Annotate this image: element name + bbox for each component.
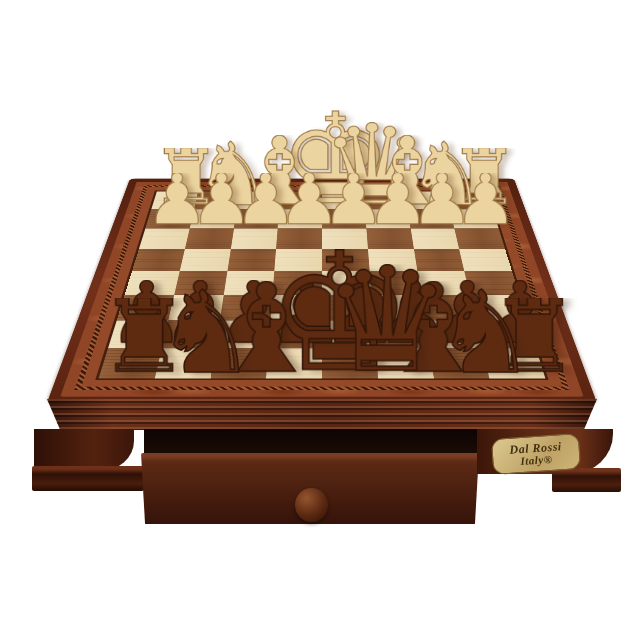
piece-bR-h8: ♜ xyxy=(99,298,155,377)
piece-wP-b2: ♟ xyxy=(410,173,454,228)
square-h2: ♟ xyxy=(145,209,194,228)
square-b2: ♟ xyxy=(407,209,454,228)
base-left-foot xyxy=(32,466,144,491)
base-left-bracket xyxy=(34,429,134,471)
square-a3 xyxy=(454,228,505,249)
piece-bN-g8: ♞ xyxy=(155,288,211,377)
piece-bN-b8: ♞ xyxy=(433,288,489,377)
square-h3 xyxy=(139,228,190,249)
square-g8: ♞ xyxy=(154,348,215,378)
piece-bQ-d8: ♛ xyxy=(322,264,378,377)
square-b8: ♞ xyxy=(429,348,490,378)
piece-wP-a2: ♟ xyxy=(454,173,498,228)
piece-wP-g2: ♟ xyxy=(190,173,234,228)
chess-box-lid: ♜♞♝♚♛♝♞♜♟♟♟♟♟♟♟♟♟♟♟♟♟♟♟♟♜♞♝♚♛♝♞♜ xyxy=(47,179,597,403)
base-right-foot xyxy=(552,468,621,492)
square-g2: ♟ xyxy=(190,209,237,228)
square-d8: ♛ xyxy=(322,348,378,378)
chess-board: ♜♞♝♚♛♝♞♜♟♟♟♟♟♟♟♟♟♟♟♟♟♟♟♟♜♞♝♚♛♝♞♜ xyxy=(99,191,546,378)
brand-plaque-line2: Italy® xyxy=(520,453,553,467)
box-edge-molding xyxy=(47,399,597,430)
chess-box-top-scene: ♜♞♝♚♛♝♞♜♟♟♟♟♟♟♟♟♟♟♟♟♟♟♟♟♜♞♝♚♛♝♞♜ xyxy=(47,0,597,403)
square-g3 xyxy=(185,228,234,249)
brand-plaque: Dal Rossi Italy® xyxy=(491,433,581,475)
square-h8: ♜ xyxy=(99,348,162,378)
square-a2: ♟ xyxy=(450,209,499,228)
drawer-knob xyxy=(295,488,328,522)
piece-wP-h2: ♟ xyxy=(146,173,190,228)
